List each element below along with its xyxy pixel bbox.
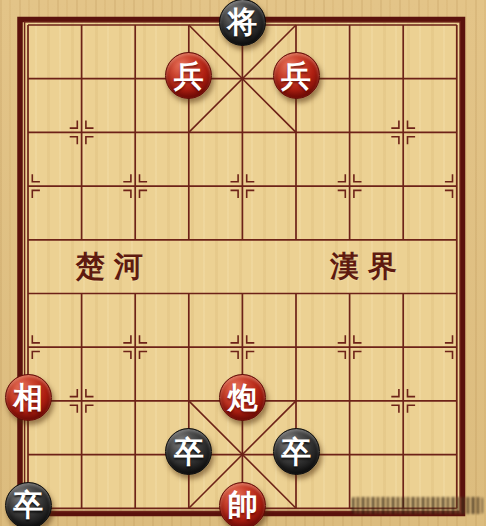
board-grid (0, 0, 486, 526)
xiangqi-board-screen: 楚河 漢界 将兵兵相炮卒卒卒帥 (0, 0, 486, 526)
river-label-han-jie: 漢界 (330, 247, 406, 285)
river-label-chu-he: 楚河 (76, 247, 152, 285)
piece-black-general[interactable]: 将 (219, 0, 266, 46)
piece-red-elephant[interactable]: 相 (5, 374, 52, 421)
piece-red-soldier-right[interactable]: 兵 (273, 52, 320, 99)
piece-black-soldier-corner[interactable]: 卒 (5, 482, 52, 526)
watermark-blurred-text (352, 497, 483, 514)
piece-black-soldier-right[interactable]: 卒 (273, 428, 320, 475)
piece-red-general[interactable]: 帥 (219, 482, 266, 526)
piece-red-cannon[interactable]: 炮 (219, 374, 266, 421)
